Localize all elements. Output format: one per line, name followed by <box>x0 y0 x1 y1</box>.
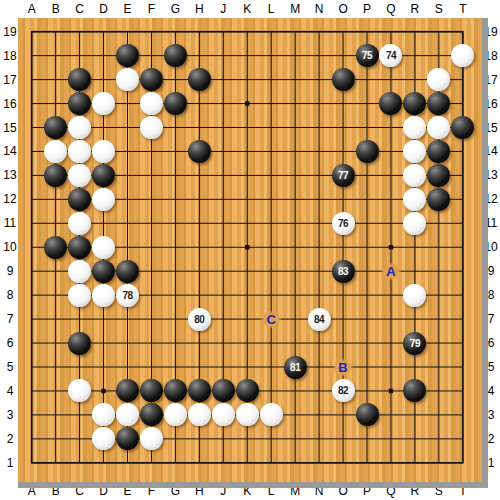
stone-black-p18: 75 <box>356 44 379 67</box>
coord-label-right-4: 4 <box>488 384 495 398</box>
move-number-label: 82 <box>332 379 355 402</box>
stone-white-d16 <box>92 92 115 115</box>
coord-label-right-9: 9 <box>488 264 495 278</box>
stone-white-d10 <box>92 236 115 259</box>
coord-label-left-9: 9 <box>7 264 14 278</box>
coord-label-left-13: 13 <box>3 168 16 182</box>
coord-label-top-s: S <box>435 2 443 16</box>
coord-label-left-16: 16 <box>3 97 16 111</box>
stone-black-o17 <box>332 68 355 91</box>
coord-label-left-19: 19 <box>3 25 16 39</box>
coord-label-top-m: M <box>290 2 300 16</box>
stone-black-g18 <box>164 44 187 67</box>
move-number-label: 79 <box>403 332 426 355</box>
coord-label-left-3: 3 <box>7 408 14 422</box>
move-number-label: 84 <box>308 308 331 331</box>
stone-black-p3 <box>356 403 379 426</box>
stone-white-o11: 76 <box>332 212 355 235</box>
stone-white-e8: 78 <box>116 284 139 307</box>
coord-label-top-d: D <box>99 2 108 16</box>
coord-label-left-8: 8 <box>7 288 14 302</box>
coord-label-top-l: L <box>268 2 275 16</box>
stone-black-h14 <box>188 140 211 163</box>
coord-label-top-b: B <box>52 2 60 16</box>
stone-white-b14 <box>44 140 67 163</box>
stone-white-c13 <box>68 164 91 187</box>
coord-label-top-a: A <box>28 2 36 16</box>
coord-label-right-1: 1 <box>488 456 495 470</box>
coord-label-left-4: 4 <box>7 384 14 398</box>
stone-white-n7: 84 <box>308 308 331 331</box>
coord-label-top-j: J <box>220 2 226 16</box>
coord-label-right-2: 2 <box>488 432 495 446</box>
stone-white-c11 <box>68 212 91 235</box>
coord-label-right-6: 6 <box>488 336 495 350</box>
stone-black-c6 <box>68 332 91 355</box>
stone-black-h17 <box>188 68 211 91</box>
stone-black-b10 <box>44 236 67 259</box>
go-game-diagram: ABCDEFGHJKLMNOPQRST ABCDEFGHJKLMNOPQRST … <box>0 0 500 500</box>
stone-black-m5: 81 <box>284 356 307 379</box>
stone-white-q18: 74 <box>379 44 402 67</box>
stone-white-f16 <box>140 92 163 115</box>
stone-white-d8 <box>92 284 115 307</box>
stone-black-b15 <box>44 116 67 139</box>
move-number-label: 83 <box>332 260 355 283</box>
annotation-point-b-o5[interactable]: B <box>333 359 353 376</box>
coord-label-left-6: 6 <box>7 336 14 350</box>
move-number-label: 80 <box>188 308 211 331</box>
stone-black-c10 <box>68 236 91 259</box>
coord-label-top-c: C <box>75 2 84 16</box>
coord-label-left-18: 18 <box>3 49 16 63</box>
coord-label-left-2: 2 <box>7 432 14 446</box>
stone-white-f15 <box>140 116 163 139</box>
stone-black-e9 <box>116 260 139 283</box>
coord-label-top-p: P <box>363 2 371 16</box>
stone-white-h7: 80 <box>188 308 211 331</box>
coord-label-top-o: O <box>338 2 347 16</box>
coord-label-top-f: F <box>148 2 155 16</box>
move-number-label: 77 <box>332 164 355 187</box>
coord-label-left-10: 10 <box>3 240 16 254</box>
stone-black-g16 <box>164 92 187 115</box>
coord-label-top-t: T <box>459 2 466 16</box>
move-number-label: 75 <box>356 44 379 67</box>
coord-label-left-12: 12 <box>3 192 16 206</box>
stone-white-c9 <box>68 260 91 283</box>
stone-white-o4: 82 <box>332 379 355 402</box>
move-number-label: 76 <box>332 212 355 235</box>
stone-black-f17 <box>140 68 163 91</box>
stone-black-c16 <box>68 92 91 115</box>
move-number-label: 81 <box>284 356 307 379</box>
coord-label-top-h: H <box>195 2 204 16</box>
move-number-label: 74 <box>379 44 402 67</box>
coord-label-left-15: 15 <box>3 121 16 135</box>
go-board[interactable]: 7574777683788084798182ABC <box>18 18 482 482</box>
coord-label-right-7: 7 <box>488 312 495 326</box>
coord-label-left-11: 11 <box>4 216 16 230</box>
stone-black-b13 <box>44 164 67 187</box>
coord-label-top-g: G <box>171 2 180 16</box>
coord-label-top-n: N <box>315 2 324 16</box>
coord-label-left-17: 17 <box>3 73 16 87</box>
coord-label-top-q: Q <box>386 2 395 16</box>
coord-label-left-14: 14 <box>3 144 16 158</box>
coord-label-top-e: E <box>123 2 131 16</box>
stone-black-r6: 79 <box>403 332 426 355</box>
coord-label-top-r: R <box>411 2 420 16</box>
board-shadow: 7574777683788084798182ABC <box>18 18 488 488</box>
coord-label-top-k: K <box>243 2 251 16</box>
coord-label-right-5: 5 <box>488 360 495 374</box>
stone-black-d9 <box>92 260 115 283</box>
stone-black-e18 <box>116 44 139 67</box>
stone-black-p14 <box>356 140 379 163</box>
stone-white-d14 <box>92 140 115 163</box>
stone-black-d13 <box>92 164 115 187</box>
coord-label-left-7: 7 <box>7 312 14 326</box>
stone-white-c8 <box>68 284 91 307</box>
move-number-label: 78 <box>116 284 139 307</box>
stone-white-d12 <box>92 188 115 211</box>
coord-label-left-5: 5 <box>7 360 14 374</box>
stone-black-c12 <box>68 188 91 211</box>
coord-label-right-3: 3 <box>488 408 495 422</box>
stone-white-c15 <box>68 116 91 139</box>
coord-label-left-1: 1 <box>7 456 14 470</box>
coord-label-right-8: 8 <box>488 288 495 302</box>
stone-white-k3 <box>236 403 259 426</box>
stone-white-r8 <box>403 284 426 307</box>
stone-black-o9: 83 <box>332 260 355 283</box>
annotation-point-a-q9[interactable]: A <box>381 263 401 280</box>
stone-white-e17 <box>116 68 139 91</box>
stone-black-o13: 77 <box>332 164 355 187</box>
stone-white-l3 <box>260 403 283 426</box>
annotation-point-c-l7[interactable]: C <box>261 311 281 328</box>
stone-white-c14 <box>68 140 91 163</box>
